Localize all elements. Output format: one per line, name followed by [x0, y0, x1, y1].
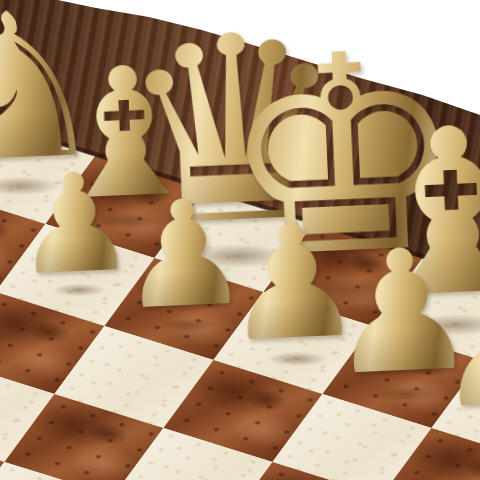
black-pawn-g7[interactable]: ♟	[427, 249, 480, 434]
chess-set-photo: ♞♝♛♟♚♟♝♟♟♟	[0, 0, 480, 480]
